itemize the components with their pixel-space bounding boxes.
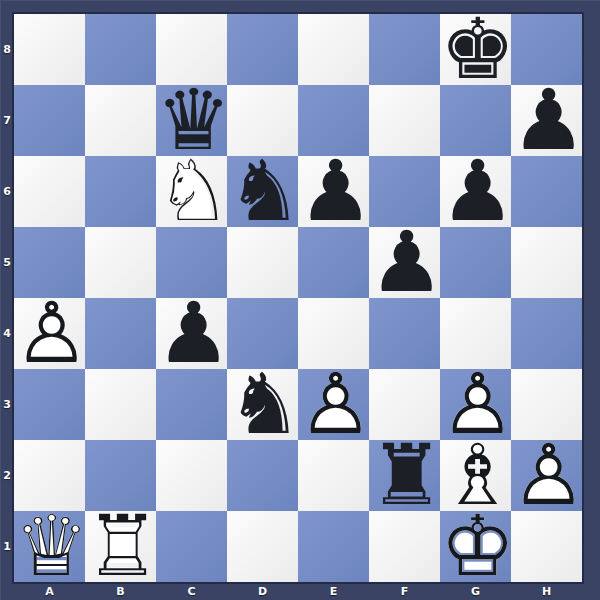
file-label-a: A: [14, 582, 85, 600]
square-b8[interactable]: [85, 14, 156, 85]
square-a1[interactable]: ♛♕: [14, 511, 85, 582]
file-label-h: H: [511, 582, 582, 600]
square-e1[interactable]: [298, 511, 369, 582]
square-g5[interactable]: [440, 227, 511, 298]
square-f1[interactable]: [369, 511, 440, 582]
square-h6[interactable]: [511, 156, 582, 227]
square-f5[interactable]: ♟: [369, 227, 440, 298]
square-a6[interactable]: [14, 156, 85, 227]
piece-white-rook[interactable]: ♜♖: [85, 511, 156, 582]
piece-black-king[interactable]: ♚: [440, 14, 511, 85]
file-label-b: B: [85, 582, 156, 600]
square-e6[interactable]: ♟: [298, 156, 369, 227]
white-knight-outline-glyph: ♘: [156, 156, 227, 227]
square-f4[interactable]: [369, 298, 440, 369]
square-b4[interactable]: [85, 298, 156, 369]
square-h4[interactable]: [511, 298, 582, 369]
square-e3[interactable]: ♟♙: [298, 369, 369, 440]
square-c6[interactable]: ♞♘: [156, 156, 227, 227]
file-label-d: D: [227, 582, 298, 600]
piece-black-pawn[interactable]: ♟: [369, 227, 440, 298]
square-b7[interactable]: [85, 85, 156, 156]
square-g6[interactable]: ♟: [440, 156, 511, 227]
rank-labels: 87654321: [0, 14, 14, 582]
black-pawn-glyph: ♟: [298, 156, 369, 227]
black-pawn-glyph: ♟: [369, 227, 440, 298]
square-d3[interactable]: ♞: [227, 369, 298, 440]
square-e2[interactable]: [298, 440, 369, 511]
white-queen-outline-glyph: ♕: [14, 511, 85, 582]
rank-label-7: 7: [0, 85, 14, 156]
rank-label-4: 4: [0, 298, 14, 369]
square-d2[interactable]: [227, 440, 298, 511]
square-g1[interactable]: ♚♔: [440, 511, 511, 582]
square-a8[interactable]: [14, 14, 85, 85]
white-rook-outline-glyph: ♖: [85, 511, 156, 582]
piece-black-pawn[interactable]: ♟: [511, 85, 582, 156]
square-c4[interactable]: ♟: [156, 298, 227, 369]
square-h2[interactable]: ♟♙: [511, 440, 582, 511]
square-a3[interactable]: [14, 369, 85, 440]
square-h7[interactable]: ♟: [511, 85, 582, 156]
square-c2[interactable]: [156, 440, 227, 511]
piece-white-pawn[interactable]: ♟♙: [511, 440, 582, 511]
square-h1[interactable]: [511, 511, 582, 582]
square-a4[interactable]: ♟♙: [14, 298, 85, 369]
white-pawn-outline-glyph: ♙: [511, 440, 582, 511]
square-d5[interactable]: [227, 227, 298, 298]
square-f8[interactable]: [369, 14, 440, 85]
piece-black-pawn[interactable]: ♟: [440, 156, 511, 227]
black-knight-glyph: ♞: [227, 369, 298, 440]
chess-board-frame: 87654321 ♚♛♟♞♘♞♟♟♟♟♙♟♞♟♙♟♙♜♝♗♟♙♛♕♜♖♚♔ AB…: [0, 0, 600, 600]
white-king-outline-glyph: ♔: [440, 511, 511, 582]
piece-white-pawn[interactable]: ♟♙: [14, 298, 85, 369]
square-d8[interactable]: [227, 14, 298, 85]
piece-white-king[interactable]: ♚♔: [440, 511, 511, 582]
rank-label-1: 1: [0, 511, 14, 582]
file-label-f: F: [369, 582, 440, 600]
file-label-c: C: [156, 582, 227, 600]
square-b1[interactable]: ♜♖: [85, 511, 156, 582]
black-pawn-glyph: ♟: [156, 298, 227, 369]
rank-label-3: 3: [0, 369, 14, 440]
square-f2[interactable]: ♜: [369, 440, 440, 511]
rank-label-8: 8: [0, 14, 14, 85]
square-d1[interactable]: [227, 511, 298, 582]
piece-black-knight[interactable]: ♞: [227, 369, 298, 440]
piece-white-queen[interactable]: ♛♕: [14, 511, 85, 582]
square-h5[interactable]: [511, 227, 582, 298]
file-label-g: G: [440, 582, 511, 600]
square-d6[interactable]: ♞: [227, 156, 298, 227]
square-b6[interactable]: [85, 156, 156, 227]
rank-label-2: 2: [0, 440, 14, 511]
square-c3[interactable]: [156, 369, 227, 440]
white-pawn-outline-glyph: ♙: [298, 369, 369, 440]
square-e8[interactable]: [298, 14, 369, 85]
rank-label-5: 5: [0, 227, 14, 298]
square-b3[interactable]: [85, 369, 156, 440]
square-g8[interactable]: ♚: [440, 14, 511, 85]
piece-black-rook[interactable]: ♜: [369, 440, 440, 511]
file-labels: ABCDEFGH: [14, 582, 582, 600]
black-rook-glyph: ♜: [369, 440, 440, 511]
rank-label-6: 6: [0, 156, 14, 227]
piece-black-knight[interactable]: ♞: [227, 156, 298, 227]
white-pawn-outline-glyph: ♙: [14, 298, 85, 369]
square-b5[interactable]: [85, 227, 156, 298]
black-pawn-glyph: ♟: [511, 85, 582, 156]
board-grid: ♚♛♟♞♘♞♟♟♟♟♙♟♞♟♙♟♙♜♝♗♟♙♛♕♜♖♚♔: [14, 14, 582, 582]
black-king-glyph: ♚: [440, 14, 511, 85]
piece-black-pawn[interactable]: ♟: [298, 156, 369, 227]
square-c1[interactable]: [156, 511, 227, 582]
square-a7[interactable]: [14, 85, 85, 156]
black-knight-glyph: ♞: [227, 156, 298, 227]
piece-white-knight[interactable]: ♞♘: [156, 156, 227, 227]
square-e5[interactable]: [298, 227, 369, 298]
piece-white-pawn[interactable]: ♟♙: [298, 369, 369, 440]
square-f7[interactable]: [369, 85, 440, 156]
file-label-e: E: [298, 582, 369, 600]
black-pawn-glyph: ♟: [440, 156, 511, 227]
piece-black-pawn[interactable]: ♟: [156, 298, 227, 369]
